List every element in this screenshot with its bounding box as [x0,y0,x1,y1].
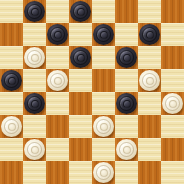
square-c2 [46,138,69,161]
square-b2[interactable] [23,138,46,161]
square-h5 [161,69,184,92]
square-h4[interactable] [161,92,184,115]
square-d8[interactable] [69,0,92,23]
white-man-a3[interactable] [1,116,22,137]
square-h2[interactable] [161,138,184,161]
white-man-g5[interactable] [139,70,160,91]
square-b6[interactable] [23,46,46,69]
square-a4 [0,92,23,115]
square-e3[interactable] [92,115,115,138]
square-g3[interactable] [138,115,161,138]
square-b4[interactable] [23,92,46,115]
square-e7[interactable] [92,23,115,46]
square-b8[interactable] [23,0,46,23]
square-a6 [0,46,23,69]
black-man-c7[interactable] [47,24,68,45]
square-d2[interactable] [69,138,92,161]
square-h1 [161,161,184,184]
square-a2 [0,138,23,161]
square-h6[interactable] [161,46,184,69]
square-c4 [46,92,69,115]
square-g8 [138,0,161,23]
square-a3[interactable] [0,115,23,138]
square-c1[interactable] [46,161,69,184]
white-man-c5[interactable] [47,70,68,91]
black-man-d8[interactable] [70,1,91,22]
black-man-a5[interactable] [1,70,22,91]
square-g1[interactable] [138,161,161,184]
square-d1 [69,161,92,184]
square-f5 [115,69,138,92]
square-f6[interactable] [115,46,138,69]
checkers-board [0,0,184,184]
square-b1 [23,161,46,184]
white-man-e3[interactable] [93,116,114,137]
square-h7 [161,23,184,46]
square-a8 [0,0,23,23]
square-a5[interactable] [0,69,23,92]
black-man-b4[interactable] [24,93,45,114]
square-g7[interactable] [138,23,161,46]
square-c6 [46,46,69,69]
square-d4[interactable] [69,92,92,115]
square-e6 [92,46,115,69]
black-man-f4[interactable] [116,93,137,114]
white-man-b2[interactable] [24,139,45,160]
black-man-b8[interactable] [24,1,45,22]
square-e4 [92,92,115,115]
square-c8 [46,0,69,23]
square-c7[interactable] [46,23,69,46]
square-h8[interactable] [161,0,184,23]
square-e5[interactable] [92,69,115,92]
square-f2[interactable] [115,138,138,161]
white-man-h4[interactable] [162,93,183,114]
square-b3 [23,115,46,138]
square-c5[interactable] [46,69,69,92]
square-a7[interactable] [0,23,23,46]
white-man-f2[interactable] [116,139,137,160]
square-f4[interactable] [115,92,138,115]
square-f8[interactable] [115,0,138,23]
black-man-f6[interactable] [116,47,137,68]
square-d7 [69,23,92,46]
black-man-d6[interactable] [70,47,91,68]
square-c3[interactable] [46,115,69,138]
square-d6[interactable] [69,46,92,69]
white-man-b6[interactable] [24,47,45,68]
square-e2 [92,138,115,161]
black-man-g7[interactable] [139,24,160,45]
square-g4 [138,92,161,115]
square-e8 [92,0,115,23]
square-g5[interactable] [138,69,161,92]
square-f3 [115,115,138,138]
square-d3 [69,115,92,138]
square-f7 [115,23,138,46]
black-man-e7[interactable] [93,24,114,45]
square-f1 [115,161,138,184]
square-d5 [69,69,92,92]
square-g2 [138,138,161,161]
square-e1[interactable] [92,161,115,184]
square-h3 [161,115,184,138]
white-man-e1[interactable] [93,162,114,183]
square-g6 [138,46,161,69]
square-a1[interactable] [0,161,23,184]
square-b5 [23,69,46,92]
square-b7 [23,23,46,46]
